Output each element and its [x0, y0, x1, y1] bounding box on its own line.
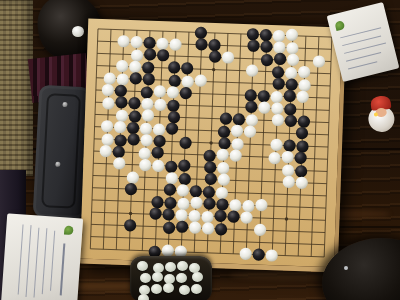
- white-stone[interactable]: [188, 210, 201, 223]
- white-stone[interactable]: [140, 123, 153, 136]
- captured-stones-tray[interactable]: [130, 256, 212, 300]
- captured-white-stone[interactable]: [177, 261, 188, 271]
- black-stone[interactable]: [127, 122, 140, 135]
- black-stone[interactable]: [220, 112, 233, 125]
- black-stone[interactable]: [128, 97, 141, 110]
- white-stone[interactable]: [273, 41, 286, 54]
- black-stone[interactable]: [233, 113, 246, 126]
- black-stone[interactable]: [129, 110, 142, 123]
- black-stone[interactable]: [260, 29, 273, 42]
- white-stone[interactable]: [116, 60, 129, 73]
- black-stone[interactable]: [227, 210, 240, 223]
- white-stone[interactable]: [201, 211, 214, 224]
- black-stone[interactable]: [143, 37, 156, 50]
- black-stone[interactable]: [195, 27, 208, 40]
- black-stone[interactable]: [261, 54, 274, 67]
- black-stone[interactable]: [127, 133, 140, 146]
- white-stone[interactable]: [273, 30, 286, 43]
- bowl-highlight: [344, 266, 348, 270]
- black-stone[interactable]: [129, 72, 142, 85]
- white-stone[interactable]: [139, 159, 152, 172]
- black-stone[interactable]: [195, 38, 208, 51]
- black-stone[interactable]: [142, 61, 155, 74]
- black-stone[interactable]: [179, 137, 192, 150]
- captured-white-stone[interactable]: [140, 273, 151, 283]
- white-stone[interactable]: [138, 147, 151, 160]
- white-stone[interactable]: [239, 247, 252, 260]
- black-stone[interactable]: [164, 197, 177, 210]
- white-stone[interactable]: [281, 151, 294, 164]
- captured-white-stone[interactable]: [179, 285, 190, 295]
- white-stone[interactable]: [286, 29, 299, 42]
- white-stone[interactable]: [271, 102, 284, 115]
- black-stone[interactable]: [215, 223, 228, 236]
- white-stone[interactable]: [282, 176, 295, 189]
- white-stone[interactable]: [156, 37, 169, 50]
- certificate-paper-bottom-left[interactable]: [1, 213, 83, 300]
- case-screw-dot: [62, 102, 67, 107]
- white-stone[interactable]: [229, 199, 242, 212]
- black-stone[interactable]: [125, 183, 138, 196]
- table-surface: [0, 0, 400, 300]
- white-stone[interactable]: [154, 99, 167, 112]
- white-stone[interactable]: [265, 249, 278, 262]
- captured-white-stone[interactable]: [192, 272, 203, 282]
- white-stone[interactable]: [287, 53, 300, 66]
- santa-figurine: [364, 95, 398, 136]
- white-stone[interactable]: [127, 171, 140, 184]
- white-stone[interactable]: [116, 109, 129, 122]
- black-stone[interactable]: [168, 61, 181, 74]
- black-stone[interactable]: [204, 161, 217, 174]
- white-stone[interactable]: [175, 209, 188, 222]
- black-stone[interactable]: [214, 210, 227, 223]
- white-stone[interactable]: [194, 74, 207, 87]
- captured-white-stone[interactable]: [137, 261, 148, 271]
- white-stone[interactable]: [141, 98, 154, 111]
- black-stone[interactable]: [203, 150, 216, 163]
- white-stone[interactable]: [285, 67, 298, 80]
- white-stone[interactable]: [216, 187, 229, 200]
- white-stone[interactable]: [231, 138, 244, 151]
- captured-white-stone[interactable]: [176, 273, 187, 283]
- black-stone[interactable]: [166, 122, 179, 135]
- white-stone[interactable]: [102, 84, 115, 97]
- go-board[interactable]: [80, 19, 346, 273]
- white-stone[interactable]: [270, 139, 283, 152]
- white-stone[interactable]: [142, 109, 155, 122]
- white-stone[interactable]: [190, 196, 203, 209]
- white-stone[interactable]: [218, 173, 231, 186]
- white-stone[interactable]: [140, 134, 153, 147]
- white-stone[interactable]: [101, 120, 114, 133]
- white-stone[interactable]: [298, 66, 311, 79]
- black-stone[interactable]: [151, 196, 164, 209]
- white-stone[interactable]: [246, 114, 259, 127]
- black-stone[interactable]: [218, 137, 231, 150]
- white-stone[interactable]: [153, 123, 166, 136]
- black-stone[interactable]: [142, 73, 155, 86]
- black-stone[interactable]: [168, 75, 181, 88]
- black-stone[interactable]: [151, 146, 164, 159]
- white-stone[interactable]: [244, 125, 257, 138]
- black-stone[interactable]: [285, 115, 298, 128]
- white-stone[interactable]: [242, 200, 255, 213]
- white-stone[interactable]: [169, 38, 182, 51]
- white-stone[interactable]: [117, 35, 130, 48]
- black-stone[interactable]: [283, 139, 296, 152]
- black-stone[interactable]: [260, 40, 273, 53]
- white-stone[interactable]: [113, 157, 126, 170]
- white-stone[interactable]: [222, 51, 235, 64]
- black-stone[interactable]: [257, 90, 270, 103]
- white-stone[interactable]: [254, 224, 267, 237]
- black-stone[interactable]: [296, 127, 309, 140]
- black-stone[interactable]: [247, 28, 260, 41]
- white-stone[interactable]: [166, 172, 179, 185]
- green-leaf-logo-icon: [64, 225, 74, 235]
- black-stone[interactable]: [296, 140, 309, 153]
- black-stone[interactable]: [283, 90, 296, 103]
- black-stone[interactable]: [153, 135, 166, 148]
- captured-white-stone[interactable]: [165, 262, 176, 272]
- black-stone[interactable]: [208, 39, 221, 52]
- white-stone[interactable]: [231, 124, 244, 137]
- black-stone[interactable]: [205, 173, 218, 186]
- black-stone[interactable]: [298, 115, 311, 128]
- black-stone[interactable]: [149, 207, 162, 220]
- black-stone[interactable]: [165, 160, 178, 173]
- black-stone[interactable]: [180, 87, 193, 100]
- black-stone[interactable]: [272, 77, 285, 90]
- white-stone-on-lid[interactable]: [72, 26, 84, 37]
- black-stone[interactable]: [272, 66, 285, 79]
- captured-white-stone[interactable]: [191, 284, 202, 294]
- black-stone[interactable]: [244, 89, 257, 102]
- white-stone[interactable]: [258, 101, 271, 114]
- black-stone[interactable]: [245, 101, 258, 114]
- green-leaf-logo-icon: [334, 20, 345, 31]
- white-stone[interactable]: [270, 91, 283, 104]
- white-stone[interactable]: [240, 211, 253, 224]
- black-stone[interactable]: [209, 50, 222, 63]
- captured-white-stone[interactable]: [163, 283, 174, 293]
- white-stone[interactable]: [167, 86, 180, 99]
- white-stone[interactable]: [102, 97, 115, 110]
- captured-white-stone[interactable]: [138, 294, 149, 300]
- black-stone[interactable]: [163, 222, 176, 235]
- white-stone[interactable]: [189, 221, 202, 234]
- white-stone[interactable]: [272, 114, 285, 127]
- white-stone[interactable]: [129, 61, 142, 74]
- black-stone[interactable]: [124, 219, 137, 232]
- white-stone[interactable]: [282, 164, 295, 177]
- white-stone[interactable]: [101, 133, 114, 146]
- black-stone[interactable]: [164, 183, 177, 196]
- white-stone[interactable]: [114, 121, 127, 134]
- black-stone[interactable]: [203, 197, 216, 210]
- white-stone[interactable]: [268, 152, 281, 165]
- white-stone[interactable]: [313, 55, 326, 68]
- white-stone[interactable]: [103, 72, 116, 85]
- black-stone[interactable]: [167, 99, 180, 112]
- black-stone[interactable]: [179, 173, 192, 186]
- white-stone[interactable]: [217, 162, 230, 175]
- white-stone[interactable]: [130, 36, 143, 49]
- black-stone[interactable]: [114, 134, 127, 147]
- white-stone[interactable]: [202, 222, 215, 235]
- black-stone[interactable]: [190, 185, 203, 198]
- black-stone[interactable]: [162, 208, 175, 221]
- white-stone[interactable]: [286, 42, 299, 55]
- captured-white-stone[interactable]: [152, 272, 163, 282]
- black-stone[interactable]: [218, 126, 231, 139]
- black-stone[interactable]: [181, 62, 194, 75]
- white-stone[interactable]: [177, 198, 190, 211]
- white-stone[interactable]: [255, 199, 268, 212]
- black-stone[interactable]: [216, 198, 229, 211]
- black-stone[interactable]: [284, 103, 297, 116]
- black-stone[interactable]: [140, 86, 153, 99]
- white-stone[interactable]: [216, 148, 229, 161]
- white-stone[interactable]: [131, 49, 144, 62]
- captured-white-stone[interactable]: [151, 284, 162, 294]
- black-stone[interactable]: [295, 165, 308, 178]
- case-screw-dot: [55, 162, 60, 167]
- white-stone[interactable]: [181, 75, 194, 88]
- black-stone[interactable]: [203, 186, 216, 199]
- white-stone[interactable]: [116, 73, 129, 86]
- black-stone[interactable]: [176, 220, 189, 233]
- white-stone[interactable]: [154, 85, 167, 98]
- white-stone[interactable]: [296, 91, 309, 104]
- black-stone[interactable]: [178, 159, 191, 172]
- black-stone[interactable]: [294, 152, 307, 165]
- white-stone[interactable]: [177, 184, 190, 197]
- black-stone[interactable]: [112, 146, 125, 159]
- white-stone[interactable]: [152, 160, 165, 173]
- black-stone[interactable]: [144, 48, 157, 61]
- black-stone[interactable]: [285, 78, 298, 91]
- black-stone[interactable]: [252, 248, 265, 261]
- white-stone[interactable]: [229, 149, 242, 162]
- black-stone[interactable]: [115, 96, 128, 109]
- white-stone[interactable]: [99, 145, 112, 158]
- black-stone[interactable]: [274, 53, 287, 66]
- white-stone[interactable]: [295, 176, 308, 189]
- carpet-strip: [0, 0, 33, 176]
- white-stone[interactable]: [298, 79, 311, 92]
- black-stone[interactable]: [168, 111, 181, 124]
- black-stone[interactable]: [247, 39, 260, 52]
- black-stone[interactable]: [115, 85, 128, 98]
- black-stone[interactable]: [157, 49, 170, 62]
- white-stone[interactable]: [246, 64, 259, 77]
